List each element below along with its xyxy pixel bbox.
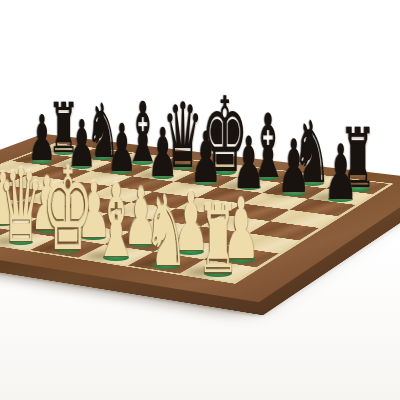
chess-set-photo: ♜♞♝♛♚♝♞♜♟♟♟♟♟♟♟♟♟♟♟♟♟♟♟♟♜♞♝♛♚♝♞♜ (0, 0, 400, 400)
